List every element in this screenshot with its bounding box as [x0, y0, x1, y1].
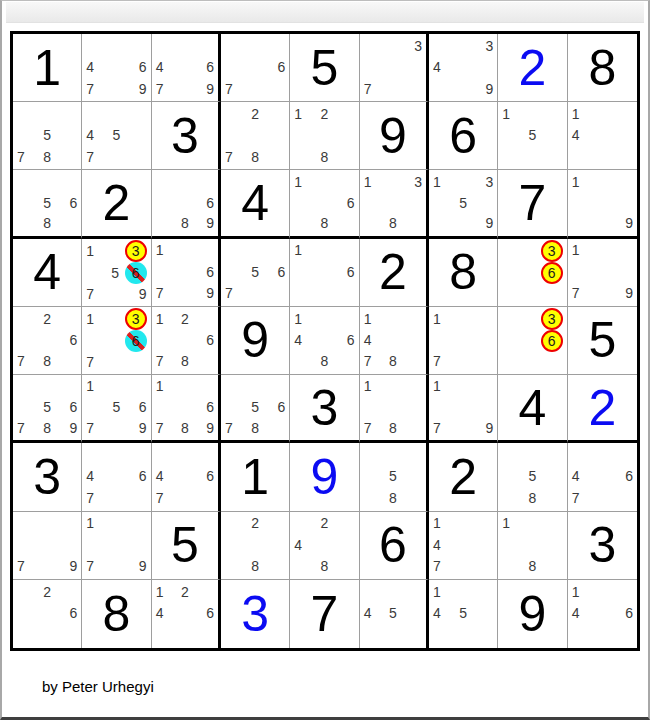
candidate-digit: 8: [245, 146, 265, 167]
candidate-digit-eliminated: 6: [125, 262, 147, 284]
candidate-digit: 2: [314, 513, 334, 534]
cell-r5c7[interactable]: 17: [429, 307, 498, 375]
candidates: 467: [86, 444, 146, 508]
candidate-digit: 7: [86, 555, 106, 576]
cell-r8c4[interactable]: 28: [221, 512, 290, 580]
candidate-digit: 7: [17, 418, 37, 439]
given-digit: 5: [568, 307, 637, 374]
candidates: 349: [433, 35, 493, 99]
candidate-digit: 7: [156, 487, 175, 508]
candidate-digit: 6: [195, 261, 214, 282]
given-digit: 3: [290, 375, 358, 440]
cell-r8c9[interactable]: 3: [568, 512, 637, 580]
candidate-digit: 8: [314, 146, 334, 167]
cell-r5c9[interactable]: 5: [568, 307, 637, 375]
candidates: 16: [294, 240, 354, 304]
cell-r3c3[interactable]: 689: [152, 170, 221, 238]
candidate-digit: 1: [572, 240, 592, 261]
candidate-digit: 8: [37, 213, 57, 234]
cell-r9c2[interactable]: 8: [82, 580, 151, 648]
candidate-digit: 1: [156, 240, 175, 261]
candidates: 457: [86, 103, 146, 167]
given-digit: 8: [568, 34, 637, 101]
candidate-digit: 2: [245, 103, 265, 124]
cell-r1c8[interactable]: 2: [498, 34, 567, 102]
candidate-digit: 6: [195, 397, 214, 418]
candidate-digit: 6: [127, 466, 147, 487]
candidate-digit: 1: [572, 581, 592, 603]
given-digit: 9: [498, 580, 566, 648]
given-digit: 8: [82, 580, 150, 648]
cell-r2c5[interactable]: 128: [290, 102, 359, 170]
candidates: 1359: [433, 171, 493, 233]
cell-r3c9[interactable]: 19: [568, 170, 637, 238]
cell-r4c6[interactable]: 2: [360, 239, 429, 307]
candidate-digit: 9: [195, 213, 214, 234]
cyan-strike-highlight: 6: [125, 330, 147, 352]
cell-r5c4[interactable]: 9: [221, 307, 290, 375]
candidate-digit: 6: [195, 192, 214, 213]
candidate-digit-highlighted: 6: [541, 330, 563, 352]
candidate-digit: 2: [37, 581, 57, 603]
candidate-digit: 6: [57, 397, 77, 418]
cell-r9c5[interactable]: 7: [290, 580, 359, 648]
cell-r7c7[interactable]: 2: [429, 443, 498, 511]
candidates: 1478: [364, 308, 422, 372]
candidate-digit: 8: [175, 418, 194, 439]
cell-r3c5[interactable]: 168: [290, 170, 359, 238]
cell-r7c4[interactable]: 1: [221, 443, 290, 511]
candidate-digit: 7: [572, 487, 592, 508]
cell-r5c3[interactable]: 12678: [152, 307, 221, 375]
candidates: 138: [364, 171, 422, 233]
cell-r4c3[interactable]: 1679: [152, 239, 221, 307]
cell-r6c4[interactable]: 5678: [221, 375, 290, 443]
cell-r4c2[interactable]: 135679: [82, 239, 151, 307]
candidate-digit: 8: [522, 487, 542, 508]
candidates: 14: [572, 103, 633, 167]
cell-r4c5[interactable]: 16: [290, 239, 359, 307]
cell-r4c7[interactable]: 8: [429, 239, 498, 307]
candidate-digit: 6: [265, 397, 285, 418]
candidates: 12678: [156, 308, 214, 372]
candidates: 45: [364, 581, 422, 646]
candidate-digit: 7: [364, 78, 383, 99]
candidate-digit: 8: [245, 555, 265, 576]
candidate-digit: 4: [156, 56, 175, 77]
candidate-digit: 5: [245, 397, 265, 418]
candidate-digit: 7: [86, 418, 106, 439]
candidate-digit: 6: [57, 329, 77, 350]
candidates: 178: [364, 376, 422, 438]
candidates: 146: [572, 581, 633, 646]
candidate-digit: 1: [433, 581, 453, 603]
candidate-digit: 9: [127, 418, 147, 439]
given-digit: 9: [360, 102, 426, 169]
given-digit: 2: [429, 443, 497, 510]
candidate-digit: 7: [156, 78, 175, 99]
given-digit: 4: [221, 170, 289, 235]
candidate-digit: 1: [572, 103, 592, 124]
candidates: 56789: [17, 376, 77, 438]
given-digit: 4: [498, 375, 566, 440]
candidate-digit: 1: [294, 308, 314, 329]
given-digit: 1: [13, 34, 81, 101]
candidates: 568: [17, 171, 77, 233]
candidate-digit: 8: [522, 555, 542, 576]
cell-r3c6[interactable]: 138: [360, 170, 429, 238]
candidate-digit-highlighted: 3: [541, 240, 563, 262]
candidate-digit-highlighted: 6: [541, 262, 563, 284]
candidate-digit: 4: [364, 603, 383, 625]
sudoku-page: 1467946796753734928578457327812896151456…: [0, 0, 650, 720]
candidate-digit: 1: [364, 308, 383, 329]
candidates: 16789: [156, 376, 214, 438]
candidate-digit: 8: [314, 213, 334, 234]
cell-r5c5[interactable]: 1468: [290, 307, 359, 375]
candidate-digit-highlighted: 3: [541, 308, 563, 330]
candidates: 1367: [86, 308, 146, 372]
cell-r6c7[interactable]: 179: [429, 375, 498, 443]
cell-r3c1[interactable]: 568: [13, 170, 82, 238]
candidate-digit: 6: [613, 466, 633, 487]
candidate-digit: 5: [105, 262, 124, 284]
candidates: 67: [225, 35, 285, 99]
cell-r9c4[interactable]: 3: [221, 580, 290, 648]
given-digit: 1: [221, 443, 289, 510]
solved-digit: 9: [290, 443, 358, 510]
candidate-digit: 8: [175, 213, 194, 234]
candidate-digit: 9: [613, 282, 633, 303]
cell-r7c9[interactable]: 467: [568, 443, 637, 511]
candidate-digit: 6: [613, 603, 633, 625]
yellow-circle-highlight: 3: [541, 240, 563, 262]
candidate-digit: 4: [86, 466, 106, 487]
candidate-digit: 7: [433, 351, 453, 372]
sudoku-board: 1467946796753734928578457327812896151456…: [10, 31, 640, 651]
candidates: 26: [17, 581, 77, 646]
given-digit: 8: [429, 239, 497, 306]
candidates: 467: [156, 444, 214, 508]
cell-r1c1[interactable]: 1: [13, 34, 82, 102]
candidate-digit: 7: [225, 146, 245, 167]
cell-r5c2[interactable]: 1367: [82, 307, 151, 375]
candidate-digit: 3: [473, 171, 493, 192]
candidate-digit: 5: [453, 603, 473, 625]
candidate-digit: 3: [403, 171, 422, 192]
top-gradient-bar: [6, 2, 644, 23]
candidates: 145: [433, 581, 493, 646]
cell-r7c8[interactable]: 58: [498, 443, 567, 511]
candidate-digit: 5: [245, 261, 265, 282]
given-digit: 9: [221, 307, 289, 374]
candidate-digit: 5: [522, 466, 542, 487]
candidate-digit: 4: [433, 603, 453, 625]
given-digit: 7: [498, 170, 566, 235]
candidate-digit: 1: [433, 376, 453, 397]
candidate-digit: 9: [195, 78, 214, 99]
cell-r5c1[interactable]: 2678: [13, 307, 82, 375]
candidate-digit: 9: [473, 78, 493, 99]
candidate-digit: 6: [335, 329, 355, 350]
candidate-digit: 1: [433, 513, 453, 534]
given-digit: 6: [429, 102, 497, 169]
cell-r7c6[interactable]: 58: [360, 443, 429, 511]
yellow-circle-highlight: 3: [541, 308, 563, 330]
candidate-digit: 7: [86, 487, 106, 508]
cell-r2c7[interactable]: 6: [429, 102, 498, 170]
cell-r9c7[interactable]: 145: [429, 580, 498, 648]
candidate-digit: 7: [364, 418, 383, 439]
candidate-digit: 1: [156, 581, 175, 603]
cell-r1c4[interactable]: 67: [221, 34, 290, 102]
candidate-digit: 6: [265, 261, 285, 282]
candidate-digit: 6: [195, 466, 214, 487]
candidate-digit: 6: [265, 56, 285, 77]
cell-r1c3[interactable]: 4679: [152, 34, 221, 102]
candidate-digit: 3: [403, 35, 422, 56]
candidate-digit: 8: [314, 555, 334, 576]
cell-r3c7[interactable]: 1359: [429, 170, 498, 238]
candidate-digit: 8: [383, 351, 402, 372]
candidates: 36: [502, 240, 562, 304]
candidates: 5678: [225, 376, 285, 438]
candidate-digit: 4: [572, 603, 592, 625]
cell-r6c5[interactable]: 3: [290, 375, 359, 443]
cell-r3c2[interactable]: 2: [82, 170, 151, 238]
candidates: 147: [433, 513, 493, 577]
candidates: 36: [502, 308, 562, 372]
candidate-digit: 7: [572, 282, 592, 303]
candidate-digit: 5: [383, 603, 402, 625]
candidate-digit: 1: [294, 240, 314, 261]
candidate-digit: 8: [37, 418, 57, 439]
candidate-digit: 6: [195, 329, 214, 350]
given-digit: 4: [13, 239, 81, 306]
cell-r7c3[interactable]: 467: [152, 443, 221, 511]
candidate-digit: 4: [294, 329, 314, 350]
cell-r5c6[interactable]: 1478: [360, 307, 429, 375]
candidate-digit: 7: [17, 351, 37, 372]
cell-r8c3[interactable]: 5: [152, 512, 221, 580]
candidate-digit: 6: [335, 192, 355, 213]
candidate-digit: 4: [156, 466, 175, 487]
candidate-digit: 2: [245, 513, 265, 534]
candidate-digit: 1: [572, 171, 592, 192]
cell-r1c2[interactable]: 4679: [82, 34, 151, 102]
cell-r6c3[interactable]: 16789: [152, 375, 221, 443]
candidate-digit: 6: [127, 56, 147, 77]
cell-r7c2[interactable]: 467: [82, 443, 151, 511]
candidates: 168: [294, 171, 354, 233]
candidates: 248: [294, 513, 354, 577]
candidate-digit: 6: [127, 397, 147, 418]
cell-r1c6[interactable]: 37: [360, 34, 429, 102]
candidates: 58: [364, 444, 422, 508]
cell-r2c8[interactable]: 15: [498, 102, 567, 170]
cell-r5c8[interactable]: 36: [498, 307, 567, 375]
candidates: 15679: [86, 376, 146, 438]
candidate-digit: 9: [473, 213, 493, 234]
given-digit: 3: [152, 102, 218, 169]
candidate-digit: 9: [127, 78, 147, 99]
cell-r1c9[interactable]: 8: [568, 34, 637, 102]
candidate-digit: 1: [433, 171, 453, 192]
candidate-digit: 9: [473, 418, 493, 439]
cell-r8c5[interactable]: 248: [290, 512, 359, 580]
candidate-digit: 5: [522, 125, 542, 146]
candidate-digit: 5: [453, 192, 473, 213]
candidates: 2678: [17, 308, 77, 372]
candidate-digit: 4: [364, 329, 383, 350]
cell-r9c6[interactable]: 45: [360, 580, 429, 648]
candidate-digit: 1: [86, 308, 105, 330]
yellow-circle-highlight: 3: [125, 240, 147, 262]
cell-r6c2[interactable]: 15679: [82, 375, 151, 443]
cell-r6c6[interactable]: 178: [360, 375, 429, 443]
cell-r2c1[interactable]: 578: [13, 102, 82, 170]
candidate-digit: 1: [502, 103, 522, 124]
candidate-digit: 1: [156, 376, 175, 397]
candidate-digit: 7: [156, 418, 175, 439]
cell-r6c1[interactable]: 56789: [13, 375, 82, 443]
candidates: 15: [502, 103, 562, 167]
cell-r1c7[interactable]: 349: [429, 34, 498, 102]
cell-r8c6[interactable]: 6: [360, 512, 429, 580]
candidates: 28: [225, 513, 285, 577]
candidate-digit: 5: [37, 397, 57, 418]
candidates: 179: [433, 376, 493, 438]
candidate-digit: 6: [335, 261, 355, 282]
candidate-digit: 5: [106, 397, 126, 418]
cell-r1c5[interactable]: 5: [290, 34, 359, 102]
candidate-digit: 7: [225, 282, 245, 303]
candidate-digit: 1: [86, 513, 106, 534]
cell-r3c8[interactable]: 7: [498, 170, 567, 238]
candidate-digit: 7: [86, 284, 105, 304]
candidate-digit: 9: [195, 282, 214, 303]
candidates: 4679: [156, 35, 214, 99]
candidates: 19: [572, 171, 633, 233]
candidates: 567: [225, 240, 285, 304]
candidate-digit: 7: [433, 555, 453, 576]
cell-r7c1[interactable]: 3: [13, 443, 82, 511]
given-digit: 5: [290, 34, 358, 101]
candidate-digit: 9: [125, 284, 147, 304]
candidate-digit: 9: [613, 213, 633, 234]
candidate-digit: 6: [57, 192, 77, 213]
cell-r9c8[interactable]: 9: [498, 580, 567, 648]
candidate-digit: 8: [175, 351, 194, 372]
candidate-digit: 7: [156, 282, 175, 303]
candidate-digit: 2: [175, 308, 194, 329]
candidate-digit: 4: [433, 56, 453, 77]
solved-digit: 3: [221, 580, 289, 648]
cell-r2c9[interactable]: 14: [568, 102, 637, 170]
candidate-digit: 7: [225, 418, 245, 439]
candidates: 128: [294, 103, 354, 167]
candidate-digit: 1: [364, 171, 383, 192]
yellow-circle-highlight: 6: [541, 262, 563, 284]
given-digit: 7: [290, 580, 358, 648]
candidates: 278: [225, 103, 285, 167]
candidate-digit: 1: [364, 376, 383, 397]
candidates: 179: [572, 240, 633, 304]
candidate-digit: 5: [37, 125, 57, 146]
candidates: 37: [364, 35, 422, 99]
candidates: 1246: [156, 581, 214, 646]
cell-r4c9[interactable]: 179: [568, 239, 637, 307]
cell-r6c9[interactable]: 2: [568, 375, 637, 443]
cell-r9c9[interactable]: 146: [568, 580, 637, 648]
candidate-digit: 1: [86, 376, 106, 397]
cell-r4c8[interactable]: 36: [498, 239, 567, 307]
cell-r4c1[interactable]: 4: [13, 239, 82, 307]
candidate-digit: 8: [383, 487, 402, 508]
candidates: 1679: [156, 240, 214, 304]
candidate-digit: 2: [314, 103, 334, 124]
candidate-digit: 4: [572, 466, 592, 487]
cell-r2c2[interactable]: 457: [82, 102, 151, 170]
candidate-digit: 4: [572, 125, 592, 146]
candidate-digit: 1: [294, 171, 314, 192]
candidate-digit: 5: [106, 125, 126, 146]
candidate-digit: 7: [156, 351, 175, 372]
candidate-digit: 1: [294, 103, 314, 124]
cell-r4c4[interactable]: 567: [221, 239, 290, 307]
candidates: 578: [17, 103, 77, 167]
candidate-digit-eliminated: 6: [125, 330, 147, 352]
cell-r7c5[interactable]: 9: [290, 443, 359, 511]
cell-r8c2[interactable]: 179: [82, 512, 151, 580]
cell-r2c3[interactable]: 3: [152, 102, 221, 170]
candidate-digit: 8: [383, 418, 402, 439]
given-digit: 2: [82, 170, 150, 235]
candidate-digit: 1: [502, 513, 522, 534]
cell-r2c6[interactable]: 9: [360, 102, 429, 170]
candidates: 4679: [86, 35, 146, 99]
cell-r8c1[interactable]: 79: [13, 512, 82, 580]
cell-r8c7[interactable]: 147: [429, 512, 498, 580]
candidate-digit: 9: [127, 555, 147, 576]
cell-r9c1[interactable]: 26: [13, 580, 82, 648]
cell-r6c8[interactable]: 4: [498, 375, 567, 443]
cell-r8c8[interactable]: 18: [498, 512, 567, 580]
candidate-digit: 9: [57, 418, 77, 439]
given-digit: 5: [152, 512, 218, 579]
yellow-circle-highlight: 6: [541, 330, 563, 352]
candidate-digit: 4: [156, 603, 175, 625]
candidates: 135679: [86, 240, 146, 304]
candidate-digit: 9: [57, 555, 77, 576]
yellow-circle-highlight: 3: [125, 308, 147, 330]
candidate-digit: 9: [195, 418, 214, 439]
cell-r9c3[interactable]: 1246: [152, 580, 221, 648]
candidates: 58: [502, 444, 562, 508]
cell-r3c4[interactable]: 4: [221, 170, 290, 238]
candidate-digit: 6: [195, 56, 214, 77]
cyan-strike-highlight: 6: [125, 262, 147, 284]
candidate-digit: 7: [86, 352, 105, 372]
candidates: 18: [502, 513, 562, 577]
cell-r2c4[interactable]: 278: [221, 102, 290, 170]
candidate-digit-highlighted: 3: [125, 240, 147, 262]
solved-digit: 2: [498, 34, 566, 101]
candidates: 17: [433, 308, 493, 372]
candidate-digit: 7: [433, 418, 453, 439]
candidate-digit: 4: [294, 534, 314, 555]
candidate-digit: 1: [156, 308, 175, 329]
